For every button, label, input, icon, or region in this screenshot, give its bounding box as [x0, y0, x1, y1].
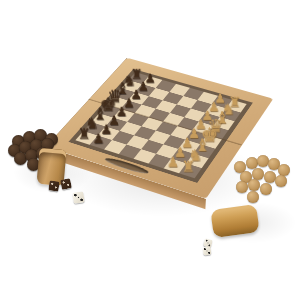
light-checker-disc [247, 191, 259, 203]
chess-piece-light-rook: ♜ [180, 159, 197, 174]
dark-die [60, 178, 72, 190]
light-checker-disc [275, 175, 287, 187]
light-checker-disc [248, 179, 260, 191]
white-die [72, 191, 84, 203]
light-checker-disc [260, 183, 272, 195]
light-checker-disc [236, 181, 248, 193]
white-die [203, 247, 212, 256]
chess-piece-dark-pawn: ♟ [90, 132, 106, 145]
right-dice-cup [210, 204, 259, 238]
dark-die [48, 180, 59, 191]
chess-set-product-photo: ♜♞♝♛♚♝♞♜♟♟♟♟♟♟♟♟♟♟♟♟♟♟♟♟♜♞♝♛♚♝♞♜ [0, 0, 300, 300]
